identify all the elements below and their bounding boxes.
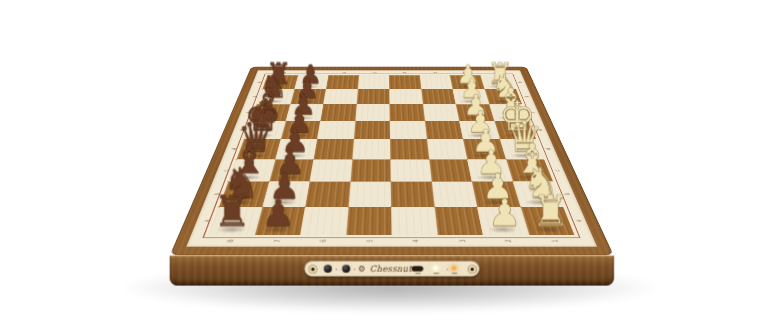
brand-logo: Chessnut	[370, 263, 412, 273]
usb-c-port	[411, 266, 423, 271]
control-panel: ⚙ Chessnut	[304, 261, 479, 277]
piece-black-pawn-a7[interactable]: ♟	[261, 194, 294, 231]
piece-black-rook-a8[interactable]: ♜	[214, 189, 252, 231]
square-d4[interactable]	[390, 139, 429, 159]
product-photo: ♜♟♟♜♞♟♟♞♝♟♟♝♚♟♟♚♛♟♟♛♝♟♟♝♞♟♟♞♜♟♟♜ 8765432…	[0, 0, 768, 328]
square-d6[interactable]	[313, 139, 353, 159]
settings-gear-icon: ⚙	[358, 264, 366, 274]
status-led-white	[434, 266, 438, 270]
scene: ♜♟♟♜♞♟♟♞♝♟♟♝♚♟♟♚♛♟♟♛♝♟♟♝♞♟♟♞♜♟♟♜ 8765432…	[0, 0, 768, 328]
square-a8[interactable]: ♜	[209, 207, 262, 235]
chessboard: ♜♟♟♜♞♟♟♞♝♟♟♝♚♟♟♚♛♟♟♛♝♟♟♝♞♟♟♞♜♟♟♜ 8765432…	[170, 67, 614, 256]
square-c5[interactable]	[350, 159, 391, 181]
square-a5[interactable]	[346, 207, 392, 235]
square-d3[interactable]	[427, 139, 468, 159]
left-round-button[interactable]	[308, 264, 317, 273]
square-c3[interactable]	[429, 159, 472, 181]
button-indicator-dot	[353, 268, 355, 270]
square-c6[interactable]	[309, 159, 351, 181]
separator-dot	[446, 268, 448, 270]
black-button-1[interactable]	[324, 265, 332, 273]
black-button-2[interactable]	[342, 265, 350, 273]
square-a7[interactable]: ♟	[254, 207, 305, 235]
square-a4[interactable]	[391, 207, 437, 235]
board-front-face: ⚙ Chessnut	[170, 256, 614, 286]
square-c4[interactable]	[390, 159, 431, 181]
status-led-amber	[452, 266, 456, 270]
usb-label-mark	[415, 273, 420, 274]
piece-white-rook-a1[interactable]: ♜	[531, 189, 569, 231]
button-indicator-dot	[335, 268, 337, 270]
square-a2[interactable]: ♟	[477, 207, 529, 235]
square-a6[interactable]	[300, 207, 348, 235]
led-label-mark	[433, 273, 438, 274]
right-round-button[interactable]	[467, 264, 476, 273]
square-a1[interactable]: ♜	[520, 207, 574, 235]
led-label-mark	[451, 273, 456, 274]
piece-white-pawn-a2[interactable]: ♟	[488, 194, 521, 231]
square-a3[interactable]	[434, 207, 483, 235]
square-d5[interactable]	[352, 139, 390, 159]
